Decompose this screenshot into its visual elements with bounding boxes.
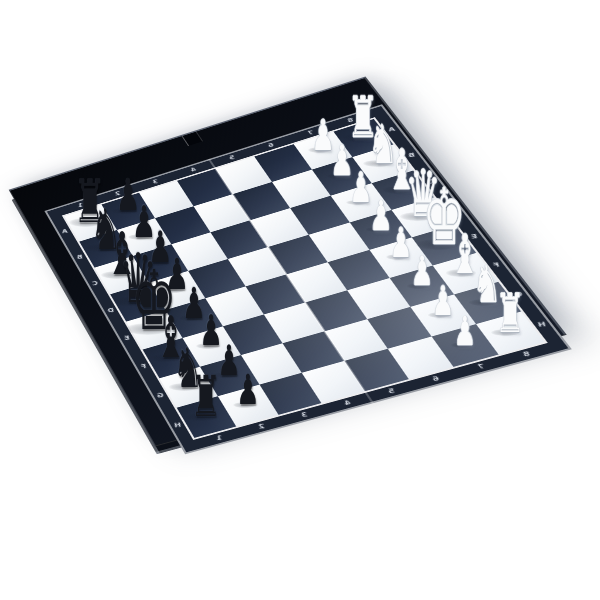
piece-white-pawn-e7: ♟ [389,223,412,264]
piece-black-rook-h1: ♜ [191,369,222,425]
piece-white-rook-h8: ♜ [495,288,525,341]
product-photo-scene: AABBCCDDEEFFGGHH1122334455667788 ♜♞♝♛♚♝♞… [0,0,600,600]
piece-white-pawn-h7: ♟ [454,311,476,351]
piece-black-pawn-h2: ♟ [236,370,259,412]
pieces-layer: ♜♞♝♛♚♝♞♜♟♟♟♟♟♟♟♟♟♟♟♟♟♟♟♟♜♞♝♛♚♝♞♜ [0,0,600,600]
piece-white-pawn-f7: ♟ [410,251,433,292]
piece-white-pawn-g7: ♟ [432,281,455,322]
